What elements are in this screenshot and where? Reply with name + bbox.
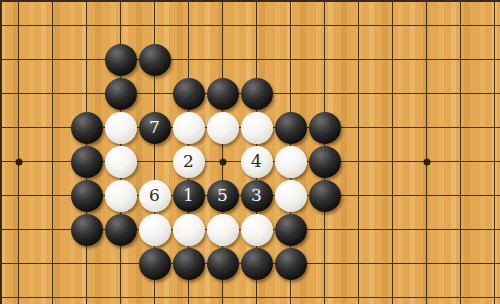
move-number-label: 6 <box>149 187 160 204</box>
stone-black <box>309 180 341 212</box>
grid-vertical-line <box>494 0 495 304</box>
stone-white <box>173 214 205 246</box>
grid-vertical-line <box>18 0 19 304</box>
grid-vertical-line <box>426 0 427 304</box>
star-point <box>219 158 226 165</box>
grid-horizontal-line <box>0 59 500 60</box>
stone-white <box>241 214 273 246</box>
stone-black <box>241 248 273 280</box>
move-number-label: 4 <box>251 153 262 170</box>
stone-black <box>105 44 137 76</box>
stone-white <box>173 112 205 144</box>
stone-black <box>207 78 239 110</box>
grid-vertical-line <box>460 0 461 304</box>
grid-horizontal-line <box>0 25 500 26</box>
stone-white <box>105 180 137 212</box>
go-board[interactable]: 7246153 <box>0 0 500 304</box>
move-number-label: 2 <box>183 153 194 170</box>
grid-vertical-line <box>52 0 53 304</box>
stone-black <box>309 146 341 178</box>
stone-black <box>71 180 103 212</box>
star-point <box>15 158 22 165</box>
stone-black <box>275 214 307 246</box>
stone-black <box>275 112 307 144</box>
stone-black-move-7: 7 <box>139 112 171 144</box>
stone-black <box>139 44 171 76</box>
move-number-label: 3 <box>251 187 262 204</box>
stone-white <box>207 112 239 144</box>
stone-black <box>105 214 137 246</box>
stone-white <box>139 214 171 246</box>
stone-black <box>139 248 171 280</box>
stone-black <box>173 248 205 280</box>
stone-black <box>309 112 341 144</box>
grid-vertical-line <box>392 0 393 304</box>
stone-white-move-6: 6 <box>139 180 171 212</box>
board-edge-line-top <box>0 0 500 2</box>
stone-white <box>207 214 239 246</box>
stone-black <box>105 78 137 110</box>
stone-black <box>207 248 239 280</box>
stone-black <box>71 146 103 178</box>
stone-black <box>71 112 103 144</box>
stone-white <box>275 180 307 212</box>
stone-white <box>275 146 307 178</box>
stone-white-move-2: 2 <box>173 146 205 178</box>
stone-black <box>275 248 307 280</box>
stone-black <box>173 78 205 110</box>
stone-black <box>241 78 273 110</box>
stone-black-move-3: 3 <box>241 180 273 212</box>
grid-vertical-line <box>358 0 359 304</box>
stone-white <box>241 112 273 144</box>
board-edge-line-left <box>0 0 2 304</box>
stone-white <box>105 146 137 178</box>
stone-white-move-4: 4 <box>241 146 273 178</box>
grid-horizontal-line <box>0 297 500 298</box>
move-number-label: 5 <box>217 187 228 204</box>
stone-black-move-5: 5 <box>207 180 239 212</box>
move-number-label: 1 <box>183 187 194 204</box>
stone-black <box>71 214 103 246</box>
star-point <box>423 158 430 165</box>
stone-black-move-1: 1 <box>173 180 205 212</box>
stone-white <box>105 112 137 144</box>
move-number-label: 7 <box>149 119 160 136</box>
